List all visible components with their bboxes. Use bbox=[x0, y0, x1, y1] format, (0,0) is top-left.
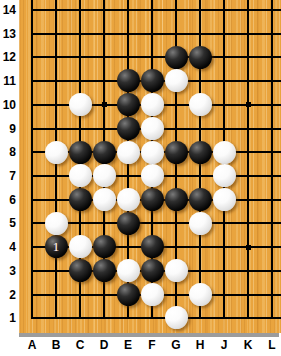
white-stone-C4 bbox=[69, 235, 92, 258]
white-stone-E6 bbox=[117, 188, 140, 211]
white-stone-G11 bbox=[165, 69, 188, 92]
black-stone-D3 bbox=[93, 259, 116, 282]
col-label-K: K bbox=[236, 338, 260, 353]
row-label-6: 6 bbox=[0, 192, 16, 208]
white-stone-D7 bbox=[93, 164, 116, 187]
white-stone-J6 bbox=[213, 188, 236, 211]
go-client-screen: 1413121110987654321 1 ABCDEFGHJKL bbox=[0, 0, 281, 356]
col-label-A: A bbox=[20, 338, 44, 353]
black-stone-D4 bbox=[93, 235, 116, 258]
black-stone-E11 bbox=[117, 69, 140, 92]
white-stone-H5 bbox=[189, 212, 212, 235]
board-bottom-edge bbox=[19, 333, 279, 337]
stones-layer: 1 bbox=[20, 0, 281, 330]
white-stone-F2 bbox=[141, 283, 164, 306]
black-stone-F4 bbox=[141, 235, 164, 258]
black-stone-D8 bbox=[93, 141, 116, 164]
white-stone-C7 bbox=[69, 164, 92, 187]
white-stone-B8 bbox=[45, 141, 68, 164]
col-label-E: E bbox=[116, 338, 140, 353]
black-stone-F6 bbox=[141, 188, 164, 211]
row-label-4: 4 bbox=[0, 239, 16, 255]
col-label-B: B bbox=[44, 338, 68, 353]
black-stone-F3 bbox=[141, 259, 164, 282]
white-stone-F9 bbox=[141, 117, 164, 140]
black-stone-E2 bbox=[117, 283, 140, 306]
row-label-3: 3 bbox=[0, 263, 16, 279]
go-board[interactable]: 1 bbox=[19, 0, 281, 333]
black-stone-C8 bbox=[69, 141, 92, 164]
row-label-12: 12 bbox=[0, 49, 16, 65]
move-number-label: 1 bbox=[53, 240, 60, 253]
row-label-8: 8 bbox=[0, 144, 16, 160]
white-stone-E3 bbox=[117, 259, 140, 282]
black-stone-B4: 1 bbox=[45, 235, 68, 258]
white-stone-C10 bbox=[69, 93, 92, 116]
white-stone-B5 bbox=[45, 212, 68, 235]
row-label-11: 11 bbox=[0, 73, 16, 89]
white-stone-E8 bbox=[117, 141, 140, 164]
black-stone-G8 bbox=[165, 141, 188, 164]
row-label-7: 7 bbox=[0, 168, 16, 184]
black-stone-C6 bbox=[69, 188, 92, 211]
white-stone-H2 bbox=[189, 283, 212, 306]
white-stone-H10 bbox=[189, 93, 212, 116]
white-stone-F8 bbox=[141, 141, 164, 164]
row-label-13: 13 bbox=[0, 26, 16, 42]
white-stone-F7 bbox=[141, 164, 164, 187]
white-stone-F10 bbox=[141, 93, 164, 116]
white-stone-G3 bbox=[165, 259, 188, 282]
col-label-J: J bbox=[212, 338, 236, 353]
black-stone-E9 bbox=[117, 117, 140, 140]
col-label-G: G bbox=[164, 338, 188, 353]
black-stone-G6 bbox=[165, 188, 188, 211]
row-label-14: 14 bbox=[0, 2, 16, 18]
row-label-9: 9 bbox=[0, 121, 16, 137]
black-stone-E10 bbox=[117, 93, 140, 116]
black-stone-E5 bbox=[117, 212, 140, 235]
col-label-C: C bbox=[68, 338, 92, 353]
col-label-F: F bbox=[140, 338, 164, 353]
black-stone-G12 bbox=[165, 46, 188, 69]
black-stone-H6 bbox=[189, 188, 212, 211]
col-label-L: L bbox=[260, 338, 281, 353]
row-label-10: 10 bbox=[0, 97, 16, 113]
col-label-D: D bbox=[92, 338, 116, 353]
black-stone-F11 bbox=[141, 69, 164, 92]
white-stone-J7 bbox=[213, 164, 236, 187]
row-label-5: 5 bbox=[0, 215, 16, 231]
row-label-1: 1 bbox=[0, 310, 16, 326]
row-label-2: 2 bbox=[0, 287, 16, 303]
white-stone-J8 bbox=[213, 141, 236, 164]
white-stone-D6 bbox=[93, 188, 116, 211]
black-stone-H12 bbox=[189, 46, 212, 69]
black-stone-C3 bbox=[69, 259, 92, 282]
black-stone-H8 bbox=[189, 141, 212, 164]
col-label-H: H bbox=[188, 338, 212, 353]
white-stone-G1 bbox=[165, 306, 188, 329]
